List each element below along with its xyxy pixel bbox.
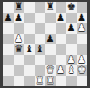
piece-black-pawn: ♟: [67, 23, 76, 34]
piece-black-bishop: ♝: [35, 44, 44, 55]
square-f8[interactable]: [56, 2, 67, 13]
square-e6[interactable]: [45, 23, 56, 34]
square-e8[interactable]: ♜: [45, 2, 56, 13]
square-d7[interactable]: [35, 13, 46, 24]
square-a1[interactable]: [3, 76, 14, 87]
square-c3[interactable]: [24, 55, 35, 66]
chess-board: ♜♜♚♟♟♟♟♟♟♟♟♛♝♝♟♟♛♟♝♚♜♜: [3, 2, 87, 86]
square-h8[interactable]: [77, 2, 88, 13]
square-f2[interactable]: ♟: [56, 65, 67, 76]
square-a7[interactable]: ♟: [3, 13, 14, 24]
square-e1[interactable]: ♜: [45, 76, 56, 87]
square-b3[interactable]: [14, 55, 25, 66]
square-f5[interactable]: [56, 34, 67, 45]
square-e7[interactable]: [45, 13, 56, 24]
square-e2[interactable]: ♛: [45, 65, 56, 76]
piece-white-queen: ♛: [46, 65, 55, 76]
piece-white-bishop: ♝: [67, 65, 76, 76]
square-e3[interactable]: [45, 55, 56, 66]
piece-white-pawn: ♟: [77, 55, 86, 66]
square-h5[interactable]: [77, 34, 88, 45]
piece-black-pawn: ♟: [14, 13, 23, 24]
square-g1[interactable]: [66, 76, 77, 87]
square-f6[interactable]: [56, 23, 67, 34]
piece-white-rook: ♜: [46, 76, 55, 87]
square-a6[interactable]: [3, 23, 14, 34]
piece-white-pawn: ♟: [56, 65, 65, 76]
square-g2[interactable]: ♝: [66, 65, 77, 76]
piece-black-rook: ♜: [46, 2, 55, 13]
square-h3[interactable]: ♟: [77, 55, 88, 66]
piece-black-pawn: ♟: [56, 13, 65, 24]
square-b6[interactable]: [14, 23, 25, 34]
square-b8[interactable]: ♜: [14, 2, 25, 13]
square-g4[interactable]: [66, 44, 77, 55]
piece-white-king: ♚: [77, 65, 86, 76]
square-a4[interactable]: [3, 44, 14, 55]
square-g8[interactable]: ♚: [66, 2, 77, 13]
square-c1[interactable]: [24, 76, 35, 87]
piece-white-pawn: ♟: [67, 55, 76, 66]
square-f4[interactable]: [56, 44, 67, 55]
square-b2[interactable]: [14, 65, 25, 76]
piece-white-pawn: ♟: [14, 34, 23, 45]
square-a3[interactable]: [3, 55, 14, 66]
piece-black-pawn: ♟: [46, 34, 55, 45]
square-b4[interactable]: ♛: [14, 44, 25, 55]
square-f7[interactable]: ♟: [56, 13, 67, 24]
square-g5[interactable]: [66, 34, 77, 45]
piece-black-pawn: ♟: [4, 13, 13, 24]
square-f1[interactable]: [56, 76, 67, 87]
square-e4[interactable]: [45, 44, 56, 55]
square-g7[interactable]: [66, 13, 77, 24]
piece-white-pawn: ♟: [77, 23, 86, 34]
square-d3[interactable]: [35, 55, 46, 66]
square-d2[interactable]: [35, 65, 46, 76]
piece-black-rook: ♜: [14, 2, 23, 13]
square-a8[interactable]: [3, 2, 14, 13]
square-c7[interactable]: [24, 13, 35, 24]
square-b1[interactable]: [14, 76, 25, 87]
square-c2[interactable]: [24, 65, 35, 76]
square-c6[interactable]: [24, 23, 35, 34]
square-b5[interactable]: ♟: [14, 34, 25, 45]
square-d1[interactable]: ♜: [35, 76, 46, 87]
piece-black-king: ♚: [67, 2, 76, 13]
board-frame: ♜♜♚♟♟♟♟♟♟♟♟♛♝♝♟♟♛♟♝♚♜♜: [0, 0, 90, 88]
square-c5[interactable]: [24, 34, 35, 45]
square-h2[interactable]: ♚: [77, 65, 88, 76]
piece-black-queen: ♛: [14, 44, 23, 55]
square-d6[interactable]: [35, 23, 46, 34]
square-h6[interactable]: ♟: [77, 23, 88, 34]
square-d5[interactable]: [35, 34, 46, 45]
piece-black-bishop: ♝: [25, 44, 34, 55]
piece-black-pawn: ♟: [77, 13, 86, 24]
square-a2[interactable]: [3, 65, 14, 76]
square-c8[interactable]: [24, 2, 35, 13]
square-g3[interactable]: ♟: [66, 55, 77, 66]
square-d4[interactable]: ♝: [35, 44, 46, 55]
square-h1[interactable]: [77, 76, 88, 87]
square-h4[interactable]: [77, 44, 88, 55]
square-c4[interactable]: ♝: [24, 44, 35, 55]
piece-white-rook: ♜: [35, 76, 44, 87]
square-h7[interactable]: ♟: [77, 13, 88, 24]
square-a5[interactable]: [3, 34, 14, 45]
square-e5[interactable]: ♟: [45, 34, 56, 45]
square-f3[interactable]: [56, 55, 67, 66]
square-d8[interactable]: [35, 2, 46, 13]
square-g6[interactable]: ♟: [66, 23, 77, 34]
square-b7[interactable]: ♟: [14, 13, 25, 24]
